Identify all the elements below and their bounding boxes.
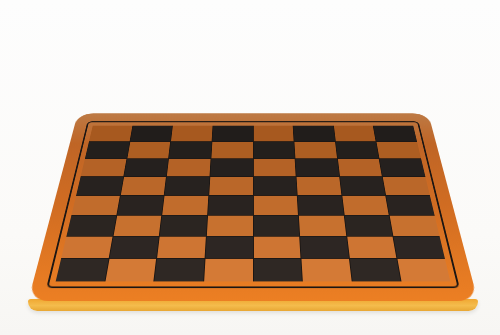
square-dark <box>85 142 129 158</box>
square-light <box>253 159 295 176</box>
square-dark <box>124 159 168 176</box>
square-light <box>207 216 253 236</box>
square-dark <box>76 177 123 195</box>
square-light <box>347 237 397 258</box>
board-border-line <box>46 121 460 288</box>
square-light <box>89 126 132 142</box>
square-light <box>167 159 210 176</box>
square-dark <box>298 196 344 215</box>
square-dark <box>380 159 425 176</box>
square-dark <box>350 259 401 282</box>
board-grid <box>56 126 451 282</box>
square-light <box>334 126 376 142</box>
square-dark <box>386 196 434 215</box>
square-light <box>61 237 112 258</box>
chess-board <box>28 113 478 301</box>
square-dark <box>212 126 252 142</box>
square-dark <box>169 142 211 158</box>
square-light <box>121 177 167 195</box>
square-dark <box>394 237 445 258</box>
square-light <box>81 159 126 176</box>
square-light <box>171 126 212 142</box>
square-dark <box>253 177 296 195</box>
square-dark <box>336 142 379 158</box>
pieces-row: ♟♜♞♝♚♛♛♚♝♞♜♟ <box>0 0 500 90</box>
square-dark <box>253 142 294 158</box>
square-light <box>297 177 342 195</box>
square-dark <box>155 259 205 282</box>
square-dark <box>66 216 115 236</box>
square-light <box>253 126 293 142</box>
square-dark <box>253 259 301 282</box>
square-dark <box>374 126 417 142</box>
square-light <box>113 216 161 236</box>
square-dark <box>109 237 159 258</box>
square-light <box>253 196 298 215</box>
square-light <box>127 142 170 158</box>
square-light <box>162 196 208 215</box>
square-light <box>383 177 430 195</box>
square-light <box>299 216 346 236</box>
square-light <box>390 216 439 236</box>
square-light <box>105 259 156 282</box>
square-dark <box>130 126 172 142</box>
square-dark <box>56 259 109 282</box>
square-light <box>209 177 252 195</box>
square-dark <box>300 237 348 258</box>
square-dark <box>165 177 210 195</box>
square-light <box>398 259 451 282</box>
square-light <box>71 196 119 215</box>
square-dark <box>208 196 253 215</box>
square-light <box>204 259 252 282</box>
square-dark <box>294 126 335 142</box>
square-light <box>302 259 352 282</box>
square-dark <box>340 177 386 195</box>
square-light <box>338 159 382 176</box>
square-light <box>377 142 421 158</box>
square-dark <box>345 216 393 236</box>
square-light <box>295 142 337 158</box>
square-dark <box>205 237 252 258</box>
square-light <box>342 196 389 215</box>
square-light <box>253 237 300 258</box>
square-dark <box>210 159 252 176</box>
square-dark <box>296 159 339 176</box>
square-light <box>157 237 205 258</box>
square-dark <box>253 216 299 236</box>
chess-set-photo: ♟♜♞♝♚♛♛♚♝♞♜♟ <box>0 0 500 335</box>
square-dark <box>160 216 207 236</box>
square-dark <box>117 196 164 215</box>
square-light <box>211 142 252 158</box>
